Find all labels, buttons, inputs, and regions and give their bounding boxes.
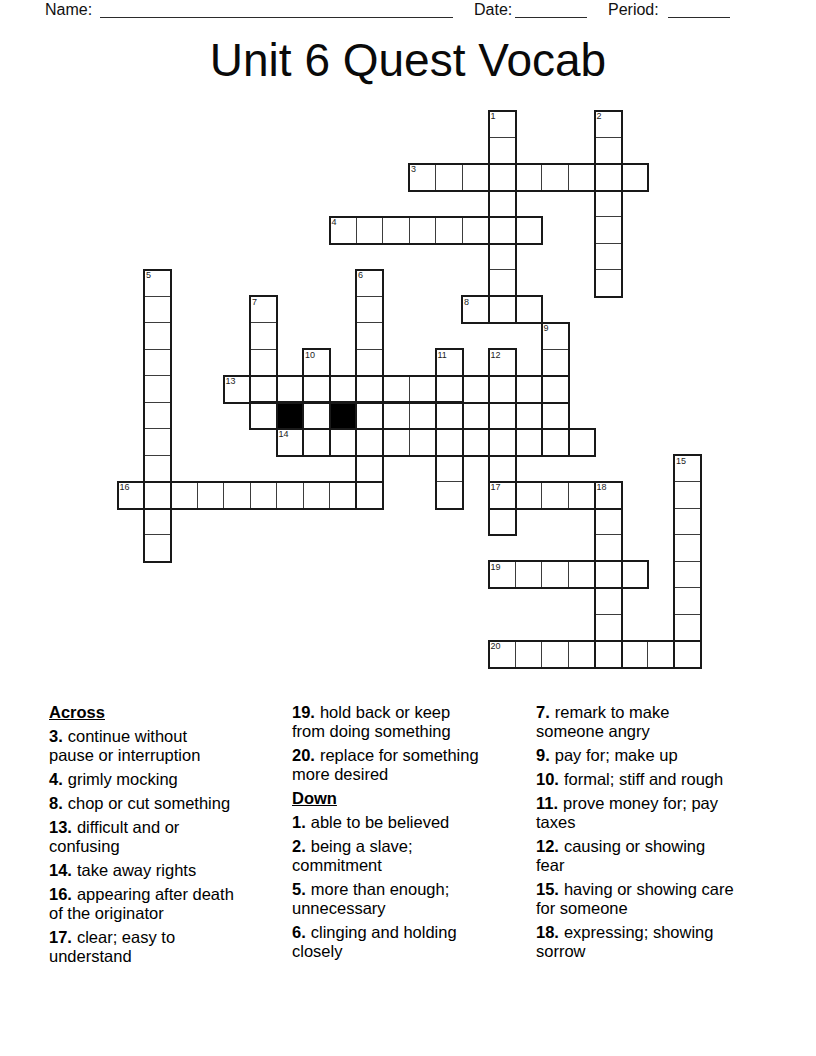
grid-cell[interactable] [303,402,331,430]
clue-text: grimly mocking [68,770,178,788]
grid-cell[interactable] [250,375,278,403]
grid-cell[interactable] [541,375,569,403]
grid-cell[interactable] [515,216,543,244]
clue-text: remark to make someone angry [536,703,669,740]
grid-cell[interactable] [303,481,331,509]
clue-number-label: 13. [49,818,72,836]
grid-cell[interactable] [594,481,622,509]
grid-cell[interactable] [223,481,251,509]
grid-cell[interactable] [144,375,172,403]
grid-cell[interactable] [382,375,410,403]
grid-cell[interactable] [409,163,437,191]
clue-number-label: 3. [49,727,63,745]
clue-text: take away rights [77,861,196,879]
grid-cell[interactable] [197,481,225,509]
clue-text: able to be believed [311,813,450,831]
grid-cell[interactable] [144,322,172,350]
grid-cell[interactable] [462,163,490,191]
grid-cell[interactable] [356,269,384,297]
grid-cell[interactable] [356,296,384,324]
grid-cell[interactable] [117,481,145,509]
clue-item: 7.remark to make someone angry [536,703,773,741]
grid-cell[interactable] [144,455,172,483]
grid-cell[interactable] [541,428,569,456]
grid-cell[interactable] [541,640,569,668]
grid-cell[interactable] [621,561,649,589]
grid-cell[interactable] [568,561,596,589]
grid-cell[interactable] [594,163,622,191]
clue-item: 10.formal; stiff and rough [536,770,773,789]
grid-cell[interactable] [488,402,516,430]
grid-cell[interactable] [674,508,702,536]
grid-cell[interactable] [488,269,516,297]
grid-cell[interactable] [276,428,304,456]
grid-cell[interactable] [435,163,463,191]
grid-cell[interactable] [674,481,702,509]
grid-cell[interactable] [488,243,516,271]
grid-cell[interactable] [276,375,304,403]
grid-cell[interactable] [382,428,410,456]
clue-item: 17.clear; easy to understand [49,928,286,966]
grid-cell[interactable] [568,163,596,191]
period-blank-line[interactable] [668,3,730,18]
grid-cell[interactable] [250,322,278,350]
grid-cell[interactable] [356,428,384,456]
grid-cell[interactable] [356,455,384,483]
grid-cell[interactable] [356,481,384,509]
clue-text: replace for something more desired [292,746,479,783]
crossword-grid: 1234567891011121314151617181920 [117,110,701,668]
clue-item: 9.pay for; make up [536,746,773,765]
clue-item: 13.difficult and or confusing [49,818,286,856]
grid-cell[interactable] [144,269,172,297]
grid-cell[interactable] [356,349,384,377]
grid-cell[interactable] [356,375,384,403]
clue-item: 5.more than enough; unnecessary [292,880,529,918]
clue-number-label: 5. [292,880,306,898]
clues-section-header: Down [292,789,529,808]
grid-cell[interactable] [329,481,357,509]
clue-number-label: 10. [536,770,559,788]
grid-cell[interactable] [594,561,622,589]
date-label: Date: [474,1,512,19]
clue-text: expressing; showing sorrow [536,923,713,960]
grid-cell[interactable] [515,375,543,403]
grid-cell[interactable] [674,640,702,668]
grid-cell[interactable] [488,349,516,377]
grid-cell[interactable] [594,508,622,536]
clue-item: 15.having or showing care for someone [536,880,773,918]
grid-cell[interactable] [488,190,516,218]
grid-cell[interactable] [515,428,543,456]
grid-cell[interactable] [356,402,384,430]
grid-cell[interactable] [541,322,569,350]
grid-cell[interactable] [541,481,569,509]
grid-cell[interactable] [409,216,437,244]
clue-text: clinging and holding closely [292,923,457,960]
grid-cell[interactable] [541,163,569,191]
grid-cell[interactable] [488,508,516,536]
grid-cell[interactable] [594,534,622,562]
grid-cell[interactable] [488,640,516,668]
period-label: Period: [608,1,659,19]
clue-text: chop or cut something [68,794,230,812]
clue-number-label: 18. [536,923,559,941]
grid-cell[interactable] [488,375,516,403]
clue-item: 11.prove money for; pay taxes [536,794,773,832]
grid-cell[interactable] [541,402,569,430]
grid-cell[interactable] [382,402,410,430]
grid-cell[interactable] [303,428,331,456]
worksheet-page: Name: Date: Period: Unit 6 Quest Vocab 1… [0,0,816,1056]
grid-cell[interactable] [647,640,675,668]
grid-cell[interactable] [488,428,516,456]
grid-cell[interactable] [329,428,357,456]
clue-item: 1.able to be believed [292,813,529,832]
grid-cell[interactable] [250,349,278,377]
clue-item: 20.replace for something more desired [292,746,529,784]
grid-cell[interactable] [568,428,596,456]
grid-cell[interactable] [621,163,649,191]
grid-cell[interactable] [594,640,622,668]
clues-column-3: 7.remark to make someone angry9.pay for;… [536,703,773,966]
grid-cell[interactable] [382,216,410,244]
grid-cell[interactable] [144,534,172,562]
grid-cell[interactable] [223,375,251,403]
clue-text: hold back or keep from doing something [292,703,451,740]
grid-cell[interactable] [144,481,172,509]
grid-cell[interactable] [356,322,384,350]
clue-text: more than enough; unnecessary [292,880,449,917]
grid-cell[interactable] [594,137,622,165]
clue-number-label: 1. [292,813,306,831]
grid-cell[interactable] [144,508,172,536]
grid-cell[interactable] [594,110,622,138]
grid-cell[interactable] [594,216,622,244]
grid-cell[interactable] [488,216,516,244]
grid-cell[interactable] [515,296,543,324]
grid-cell[interactable] [541,561,569,589]
grid-cell[interactable] [435,349,463,377]
clue-number-label: 16. [49,885,72,903]
grid-cell[interactable] [435,455,463,483]
clue-text: prove money for; pay taxes [536,794,718,831]
grid-cell[interactable] [488,481,516,509]
grid-cell[interactable] [462,216,490,244]
grid-cell[interactable] [488,110,516,138]
clue-item: 6.clinging and holding closely [292,923,529,961]
grid-cell[interactable] [435,402,463,430]
clue-number-label: 17. [49,928,72,946]
grid-cell[interactable] [144,428,172,456]
grid-cell[interactable] [674,534,702,562]
grid-cell[interactable] [144,402,172,430]
page-title: Unit 6 Quest Vocab [0,33,816,87]
grid-cell[interactable] [515,561,543,589]
grid-cell[interactable] [488,163,516,191]
grid-cell[interactable] [674,455,702,483]
clue-text: continue without pause or interruption [49,727,200,764]
clue-item: 18.expressing; showing sorrow [536,923,773,961]
grid-cell[interactable] [303,349,331,377]
grid-cell[interactable] [329,375,357,403]
clues-column-1: Across3.continue without pause or interr… [49,703,286,971]
grid-cell[interactable] [488,296,516,324]
clue-item: 4.grimly mocking [49,770,286,789]
grid-cell[interactable] [462,296,490,324]
clue-number-label: 14. [49,861,72,879]
grid-cell[interactable] [329,216,357,244]
grid-cell[interactable] [276,481,304,509]
blocked-cell [329,402,357,430]
grid-cell[interactable] [515,163,543,191]
name-blank-line[interactable] [100,3,453,18]
grid-cell[interactable] [674,587,702,615]
grid-cell[interactable] [515,481,543,509]
grid-cell[interactable] [568,481,596,509]
grid-cell[interactable] [674,561,702,589]
clue-text: causing or showing fear [536,837,705,874]
grid-cell[interactable] [594,587,622,615]
grid-cell[interactable] [541,349,569,377]
clue-number-label: 7. [536,703,550,721]
grid-cell[interactable] [462,428,490,456]
grid-cell[interactable] [594,243,622,271]
clue-item: 16.appearing after death of the originat… [49,885,286,923]
grid-cell[interactable] [409,375,437,403]
clue-text: formal; stiff and rough [564,770,723,788]
grid-cell[interactable] [435,216,463,244]
clues-column-2: 19.hold back or keep from doing somethin… [292,703,529,966]
grid-cell[interactable] [462,375,490,403]
clue-number-label: 2. [292,837,306,855]
clue-number-label: 6. [292,923,306,941]
grid-cell[interactable] [488,455,516,483]
grid-cell[interactable] [250,481,278,509]
grid-cell[interactable] [144,349,172,377]
grid-cell[interactable] [621,640,649,668]
clue-item: 14.take away rights [49,861,286,880]
grid-cell[interactable] [303,375,331,403]
clue-text: appearing after death of the originator [49,885,234,922]
grid-cell[interactable] [409,402,437,430]
grid-cell[interactable] [435,481,463,509]
clue-number-label: 9. [536,746,550,764]
clue-item: 2.being a slave; commitment [292,837,529,875]
grid-cell[interactable] [568,640,596,668]
clue-item: 3.continue without pause or interruption [49,727,286,765]
clue-number-label: 8. [49,794,63,812]
grid-cell[interactable] [594,614,622,642]
clue-number-label: 4. [49,770,63,788]
clue-number-label: 15. [536,880,559,898]
grid-cell[interactable] [488,137,516,165]
clue-text: pay for; make up [555,746,678,764]
clue-number-label: 12. [536,837,559,855]
grid-cell[interactable] [170,481,198,509]
name-label: Name: [45,1,92,19]
grid-cell[interactable] [674,614,702,642]
grid-cell[interactable] [515,640,543,668]
clue-number-label: 20. [292,746,315,764]
clue-item: 19.hold back or keep from doing somethin… [292,703,529,741]
clue-item: 12.causing or showing fear [536,837,773,875]
blocked-cell [276,402,304,430]
grid-cell[interactable] [594,190,622,218]
clues-section-header: Across [49,703,286,722]
date-blank-line[interactable] [515,3,587,18]
clue-number-label: 19. [292,703,315,721]
grid-cell[interactable] [250,296,278,324]
clue-text: being a slave; commitment [292,837,413,874]
clue-item: 8.chop or cut something [49,794,286,813]
clue-text: having or showing care for someone [536,880,734,917]
clue-number-label: 11. [536,794,558,812]
grid-cell[interactable] [356,216,384,244]
grid-cell[interactable] [435,375,463,403]
grid-cell[interactable] [435,428,463,456]
grid-cell[interactable] [144,296,172,324]
grid-cell[interactable] [594,269,622,297]
grid-cell[interactable] [409,428,437,456]
grid-cell[interactable] [250,402,278,430]
grid-cell[interactable] [488,561,516,589]
